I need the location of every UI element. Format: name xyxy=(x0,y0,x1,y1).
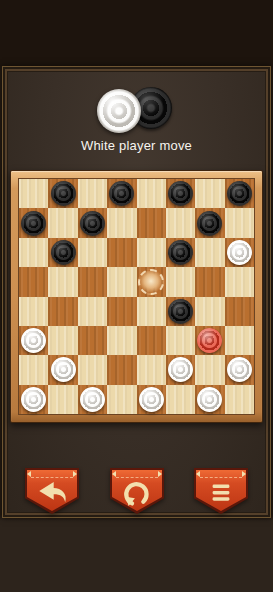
board-square xyxy=(137,238,166,267)
black-man[interactable] xyxy=(168,181,193,206)
black-man[interactable] xyxy=(227,181,252,206)
board-square xyxy=(19,238,48,267)
black-man[interactable] xyxy=(51,240,76,265)
board-square xyxy=(225,326,254,355)
board-square xyxy=(225,208,254,237)
black-man[interactable] xyxy=(197,211,222,236)
app-screen: White player move xyxy=(0,0,273,592)
board-square[interactable] xyxy=(107,297,136,326)
board-frame xyxy=(10,170,263,423)
board-square xyxy=(48,385,77,414)
board-square[interactable] xyxy=(195,267,224,296)
board-square xyxy=(78,297,107,326)
board-square[interactable] xyxy=(19,385,48,414)
board-square xyxy=(137,297,166,326)
black-man[interactable] xyxy=(51,181,76,206)
board-square xyxy=(78,179,107,208)
board-square xyxy=(225,267,254,296)
board-square[interactable] xyxy=(107,355,136,384)
move-hint[interactable] xyxy=(138,269,164,295)
board-square xyxy=(107,385,136,414)
banner-notch-right xyxy=(73,471,77,477)
white-checker-icon xyxy=(97,89,141,133)
board-square[interactable] xyxy=(225,238,254,267)
board-square xyxy=(195,238,224,267)
white-man[interactable] xyxy=(21,387,46,412)
board-square xyxy=(78,238,107,267)
board-square xyxy=(19,297,48,326)
turn-status-text: White player move xyxy=(0,138,273,153)
board xyxy=(18,178,255,415)
board-square[interactable] xyxy=(48,179,77,208)
board-square[interactable] xyxy=(166,297,195,326)
board-square xyxy=(166,208,195,237)
board-square xyxy=(166,385,195,414)
board-square xyxy=(107,267,136,296)
board-square xyxy=(48,208,77,237)
board-square xyxy=(195,179,224,208)
white-man[interactable] xyxy=(51,357,76,382)
board-square[interactable] xyxy=(195,326,224,355)
board-square[interactable] xyxy=(166,238,195,267)
board-square[interactable] xyxy=(137,208,166,237)
board-square[interactable] xyxy=(225,179,254,208)
banner-stitch xyxy=(200,477,242,478)
board-square[interactable] xyxy=(137,267,166,296)
board-square xyxy=(19,355,48,384)
board-square xyxy=(48,326,77,355)
white-man[interactable] xyxy=(227,240,252,265)
white-man[interactable] xyxy=(168,357,193,382)
board-square[interactable] xyxy=(78,385,107,414)
board-square[interactable] xyxy=(225,355,254,384)
board-square[interactable] xyxy=(107,179,136,208)
board-square xyxy=(166,267,195,296)
board-square[interactable] xyxy=(137,385,166,414)
banner-stitch xyxy=(116,477,158,478)
banner-notch-right xyxy=(242,471,246,477)
board-square[interactable] xyxy=(137,326,166,355)
board-square[interactable] xyxy=(225,297,254,326)
banner-notch-right xyxy=(158,471,162,477)
board-square[interactable] xyxy=(195,385,224,414)
selected-white-man[interactable] xyxy=(197,328,222,353)
board-square[interactable] xyxy=(78,208,107,237)
board-square[interactable] xyxy=(48,297,77,326)
undo-button[interactable] xyxy=(25,468,79,514)
white-man[interactable] xyxy=(197,387,222,412)
board-square[interactable] xyxy=(78,267,107,296)
black-man[interactable] xyxy=(168,240,193,265)
hamburger-menu-icon xyxy=(207,480,235,506)
black-man[interactable] xyxy=(80,211,105,236)
board-square[interactable] xyxy=(19,267,48,296)
board-square[interactable] xyxy=(166,179,195,208)
white-man[interactable] xyxy=(139,387,164,412)
undo-arrow-icon xyxy=(35,480,69,506)
white-man[interactable] xyxy=(80,387,105,412)
restart-circular-arrow-icon xyxy=(123,480,151,508)
board-square xyxy=(195,355,224,384)
white-man[interactable] xyxy=(21,328,46,353)
board-square xyxy=(78,355,107,384)
board-square xyxy=(225,385,254,414)
board-square[interactable] xyxy=(107,238,136,267)
restart-button[interactable] xyxy=(110,468,164,514)
board-square xyxy=(107,208,136,237)
board-square xyxy=(19,179,48,208)
board-square[interactable] xyxy=(48,238,77,267)
board-square[interactable] xyxy=(19,208,48,237)
black-man[interactable] xyxy=(109,181,134,206)
board-square xyxy=(48,267,77,296)
menu-button[interactable] xyxy=(194,468,248,514)
board-square[interactable] xyxy=(166,355,195,384)
banner-stitch xyxy=(31,477,73,478)
board-square xyxy=(107,326,136,355)
black-man[interactable] xyxy=(21,211,46,236)
white-man[interactable] xyxy=(227,357,252,382)
board-square[interactable] xyxy=(19,326,48,355)
board-square[interactable] xyxy=(78,326,107,355)
board-square xyxy=(195,297,224,326)
black-man[interactable] xyxy=(168,299,193,324)
board-square xyxy=(137,355,166,384)
board-square xyxy=(137,179,166,208)
board-square xyxy=(166,326,195,355)
board-square[interactable] xyxy=(48,355,77,384)
board-square[interactable] xyxy=(195,208,224,237)
